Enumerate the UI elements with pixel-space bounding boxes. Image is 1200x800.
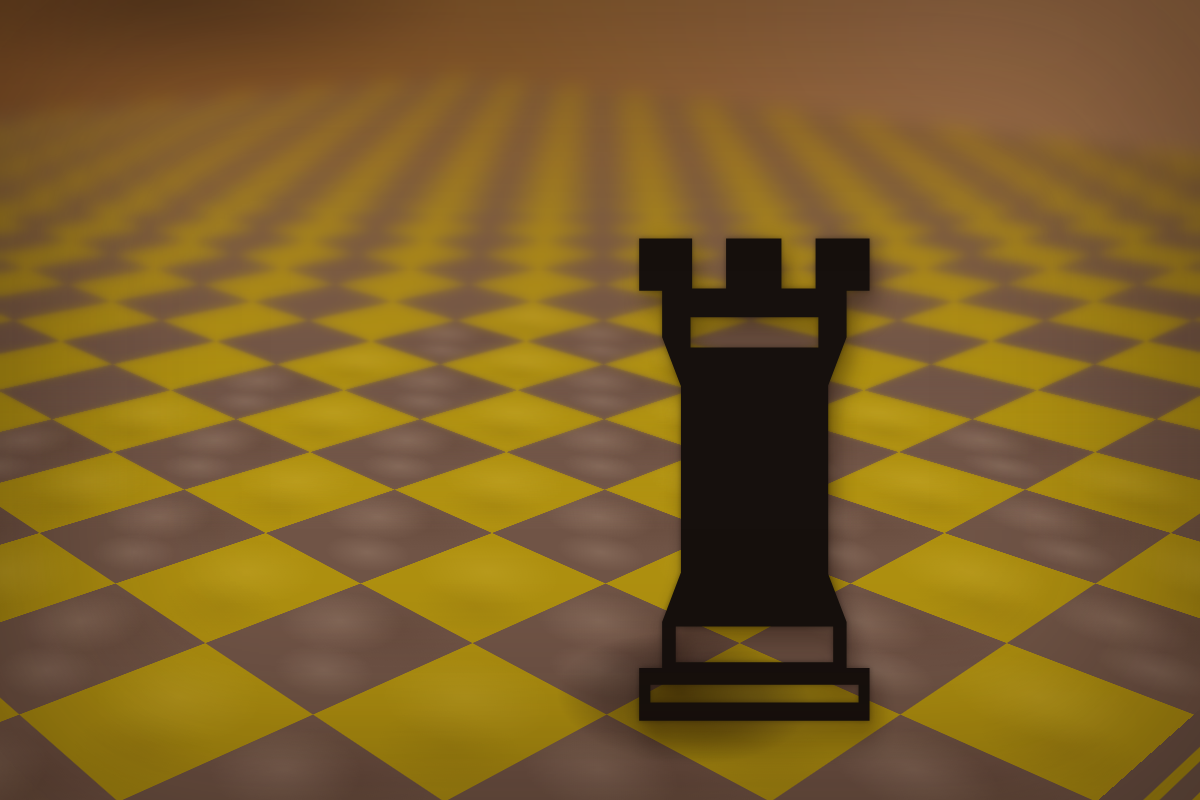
black-rook-glyph: ♜	[571, 162, 829, 800]
black-rook[interactable]: ♜	[492, 162, 908, 800]
photo-stage: ♜	[0, 0, 1200, 800]
